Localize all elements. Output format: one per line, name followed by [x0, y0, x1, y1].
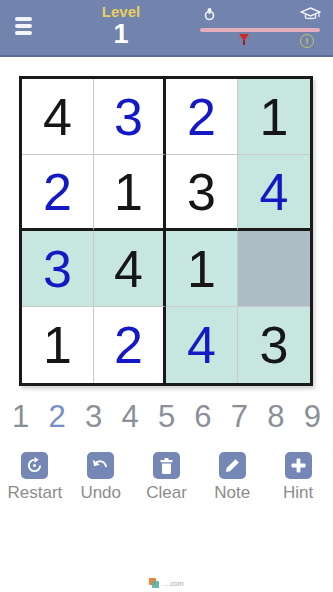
menu-icon[interactable]: [15, 17, 32, 35]
cell-r4c1[interactable]: 1: [22, 307, 94, 383]
cell-r3c1[interactable]: 3: [22, 231, 94, 307]
numpad-digit-1[interactable]: 1: [12, 399, 29, 435]
cell-r2c1[interactable]: 2: [22, 155, 94, 231]
toolbar: Restart Undo Clear Note: [0, 452, 333, 503]
cell-r2c3[interactable]: 3: [166, 155, 238, 231]
ad-banner-logo[interactable]: ….com: [0, 578, 333, 588]
clear-label: Clear: [146, 483, 187, 503]
ad-logo-text: ….com: [161, 580, 183, 587]
sudoku-grid: 432121343411243: [19, 76, 313, 386]
note-button[interactable]: Note: [199, 452, 265, 503]
plus-icon: [285, 452, 312, 479]
cell-r4c3[interactable]: 4: [166, 307, 238, 383]
undo-label: Undo: [80, 483, 121, 503]
cell-r2c2[interactable]: 1: [94, 155, 166, 231]
graduation-cap-icon: [300, 7, 321, 25]
undo-icon: [87, 452, 114, 479]
numpad-digit-9[interactable]: 9: [304, 399, 321, 435]
red-top-marker[interactable]: [238, 33, 250, 51]
top-bar: Level 1: [0, 0, 333, 57]
note-label: Note: [214, 483, 250, 503]
cell-r3c4[interactable]: [238, 231, 310, 307]
cell-r3c3[interactable]: 1: [166, 231, 238, 307]
restart-button[interactable]: Restart: [2, 452, 68, 503]
numpad-digit-3[interactable]: 3: [85, 399, 102, 435]
numpad-digit-5[interactable]: 5: [158, 399, 175, 435]
exclamation-circle-icon[interactable]: !: [300, 34, 314, 48]
level-indicator: Level 1: [88, 3, 154, 48]
cell-r1c4[interactable]: 1: [238, 79, 310, 155]
number-pad: 123456789: [0, 399, 333, 435]
level-value: 1: [88, 20, 154, 48]
restart-label: Restart: [8, 483, 63, 503]
pencil-icon: [219, 452, 246, 479]
cell-r1c3[interactable]: 2: [166, 79, 238, 155]
numpad-digit-7[interactable]: 7: [231, 399, 248, 435]
hint-label: Hint: [283, 483, 313, 503]
numpad-digit-6[interactable]: 6: [194, 399, 211, 435]
level-label: Level: [88, 3, 154, 20]
pacifier-icon: [203, 7, 216, 25]
restart-icon: [21, 452, 48, 479]
cell-r1c1[interactable]: 4: [22, 79, 94, 155]
cell-r4c4[interactable]: 3: [238, 307, 310, 383]
difficulty-slider[interactable]: !: [200, 8, 324, 50]
trash-icon: [153, 452, 180, 479]
ad-logo-icon: [149, 578, 159, 588]
undo-button[interactable]: Undo: [68, 452, 134, 503]
numpad-digit-4[interactable]: 4: [121, 399, 138, 435]
cell-r3c2[interactable]: 4: [94, 231, 166, 307]
clear-button[interactable]: Clear: [134, 452, 200, 503]
cell-r1c2[interactable]: 3: [94, 79, 166, 155]
cell-r4c2[interactable]: 2: [94, 307, 166, 383]
numpad-digit-2[interactable]: 2: [48, 399, 65, 435]
numpad-digit-8[interactable]: 8: [267, 399, 284, 435]
cell-r2c4[interactable]: 4: [238, 155, 310, 231]
hint-button[interactable]: Hint: [265, 452, 331, 503]
